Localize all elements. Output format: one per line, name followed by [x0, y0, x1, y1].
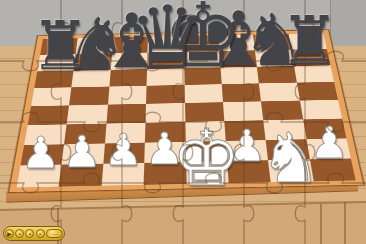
- round-button-1[interactable]: •: [15, 229, 24, 238]
- round-button-2[interactable]: •: [25, 229, 34, 238]
- piece-white-knight-g1[interactable]: ♞: [260, 125, 322, 194]
- piece-black-rook-h8[interactable]: ♜: [280, 8, 340, 75]
- wide-button[interactable]: ⋯: [46, 229, 63, 238]
- piece-white-pawn-c2[interactable]: ♟: [103, 129, 142, 173]
- piece-white-king-e1[interactable]: ♚: [171, 120, 241, 198]
- piece-white-pawn-b2[interactable]: ♟: [62, 130, 101, 174]
- pieces-layer: ♜♞♝♛♚♝♞♜♟♟♟♟♟♟♚♞: [0, 0, 366, 244]
- round-button-3[interactable]: •: [36, 229, 45, 238]
- play-button[interactable]: ▶: [5, 229, 14, 238]
- piece-white-pawn-a2[interactable]: ♟: [21, 131, 60, 175]
- puzzle-toolbar: ▶•••⋯: [3, 226, 65, 241]
- piece-black-queen-d8[interactable]: ♛: [129, 0, 206, 80]
- piece-black-rook-a8[interactable]: ♜: [30, 13, 90, 80]
- jigsaw-chess-scene: ♜♞♝♛♚♝♞♜♟♟♟♟♟♟♚♞ ▶•••⋯: [0, 0, 366, 244]
